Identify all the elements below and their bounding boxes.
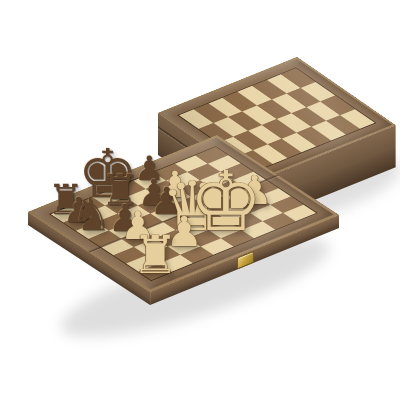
product-photo-scene: ♜♚♟♟♜♞♟♟♟♟♟♛♟♟♚♜: [0, 0, 400, 400]
